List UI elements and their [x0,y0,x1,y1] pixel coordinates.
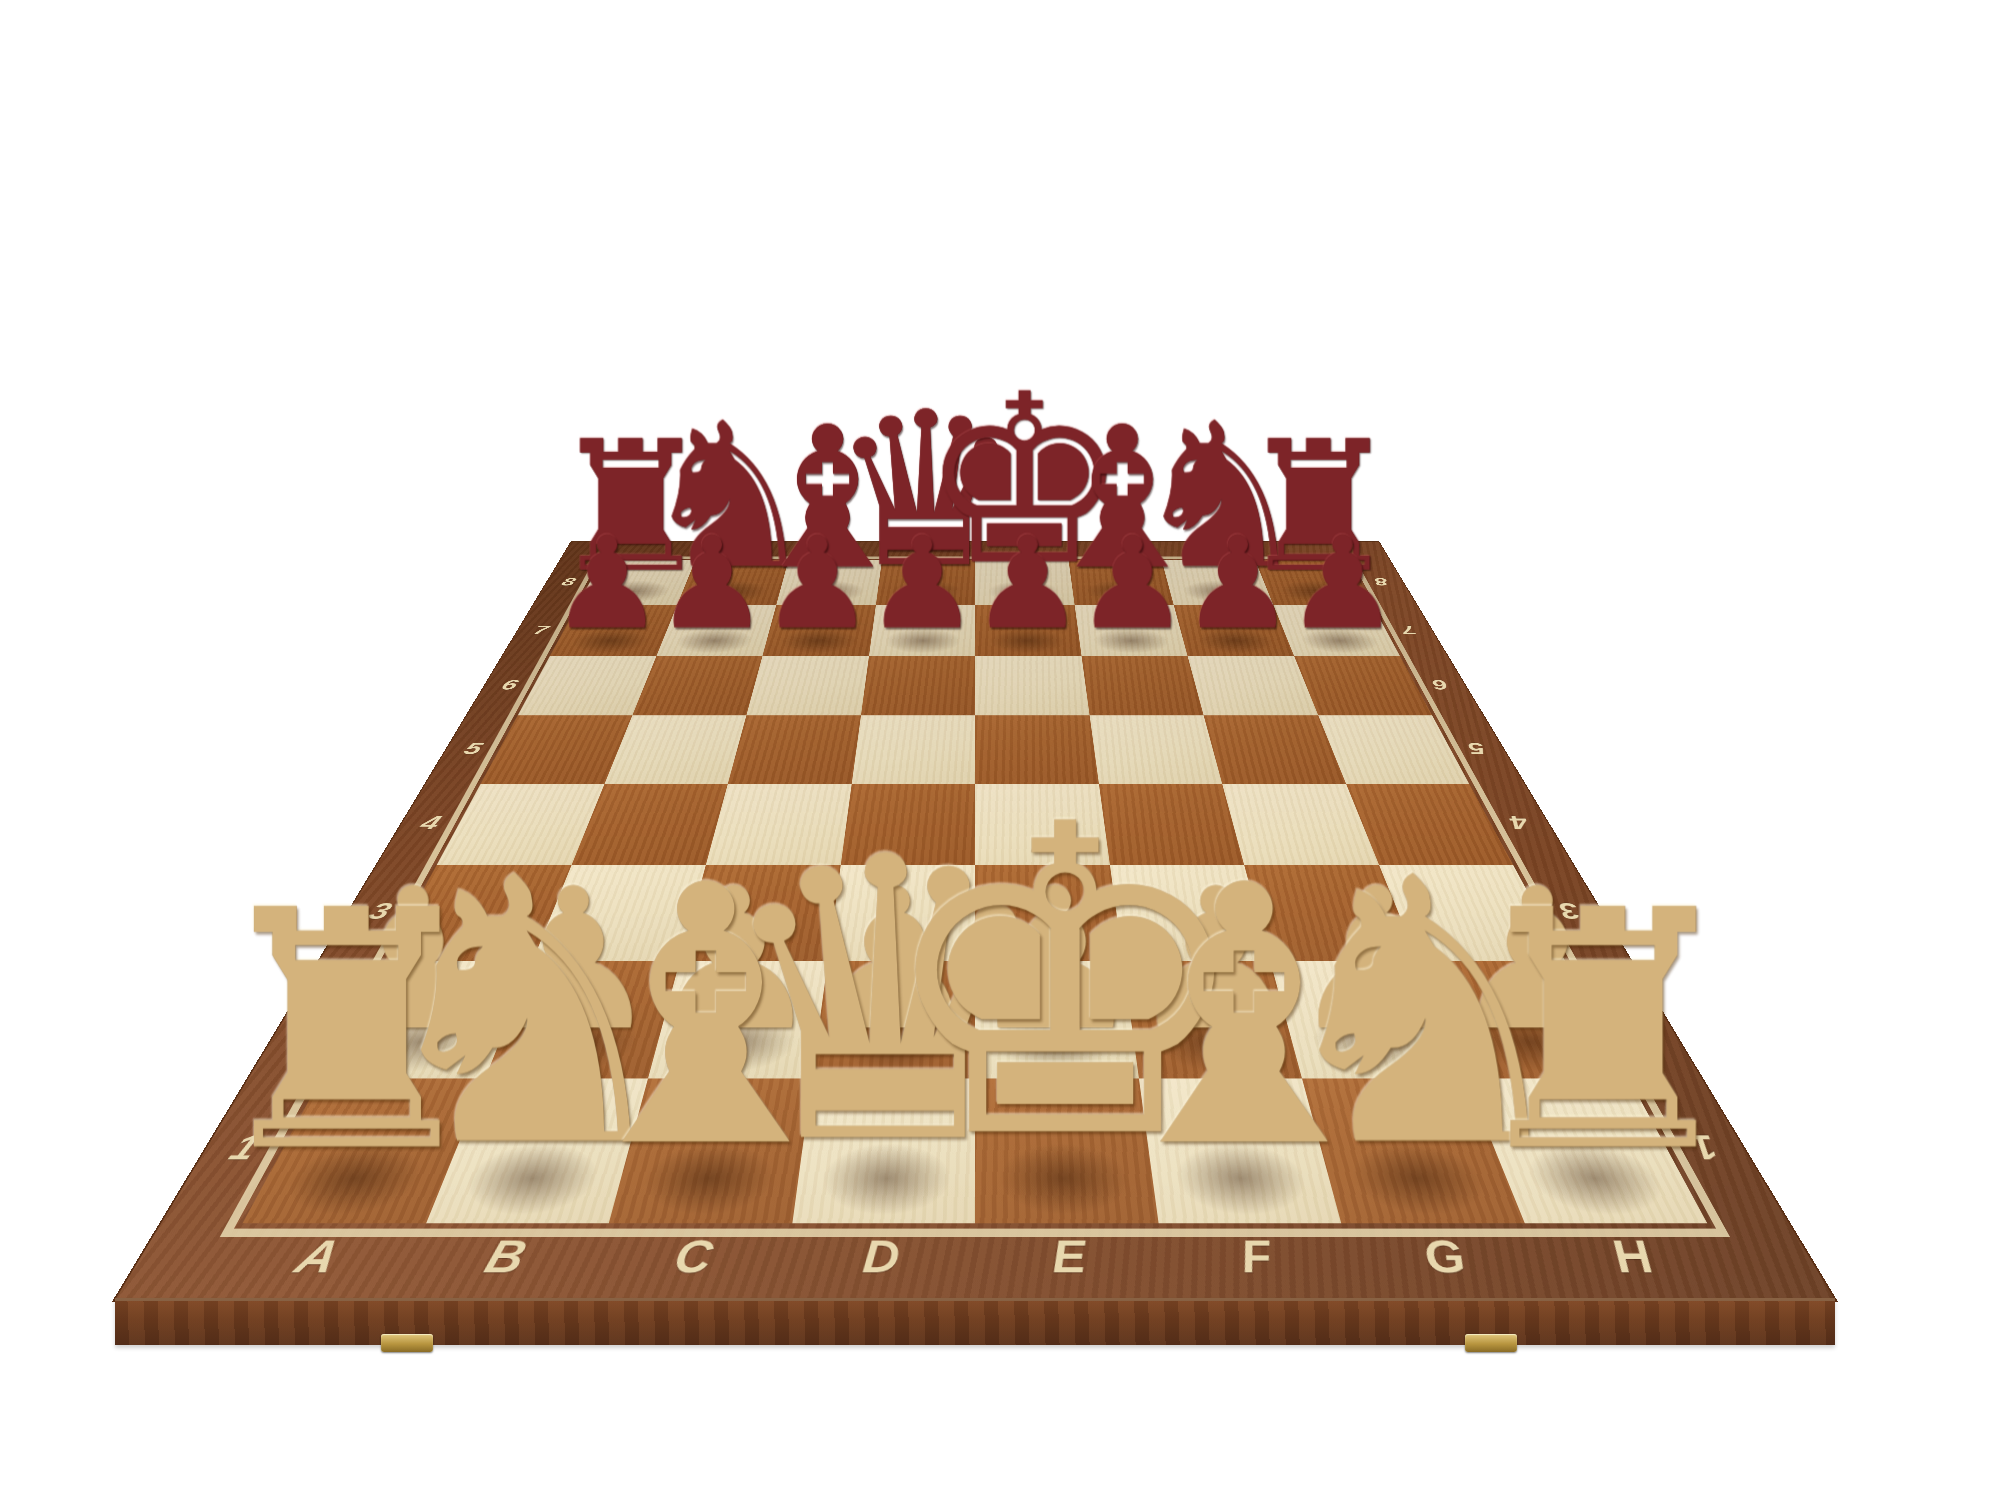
square-b8[interactable] [677,560,789,605]
square-f7[interactable] [1074,605,1187,656]
square-e1[interactable] [975,1078,1158,1223]
square-d1[interactable] [792,1078,975,1223]
front-edge-grain [115,1301,1835,1345]
square-e8[interactable] [975,560,1074,605]
square-f6[interactable] [1081,656,1203,715]
square-e7[interactable] [975,605,1081,656]
square-f8[interactable] [1068,560,1173,605]
square-c7[interactable] [762,605,875,656]
board-front-edge [115,1298,1835,1345]
square-d6[interactable] [861,656,975,715]
square-f4[interactable] [1099,784,1244,865]
square-e6[interactable] [975,656,1089,715]
square-c4[interactable] [706,784,851,865]
square-e5[interactable] [975,715,1099,784]
square-c8[interactable] [776,560,881,605]
square-b7[interactable] [656,605,776,656]
square-d4[interactable] [840,784,975,865]
squares [242,560,1707,1224]
square-d5[interactable] [851,715,975,784]
brass-clasp-left [381,1334,433,1352]
square-c6[interactable] [746,656,868,715]
square-d3[interactable] [827,865,975,961]
square-d2[interactable] [812,961,975,1078]
square-e4[interactable] [975,784,1110,865]
square-d7[interactable] [869,605,975,656]
square-e2[interactable] [975,961,1138,1078]
square-e3[interactable] [975,865,1123,961]
brass-clasp-right [1465,1334,1517,1352]
chess-board: ABCDEFGH 8877665544332211 ♜♞♝♛♚♝♞♜♟♟♟♟♟♟… [115,542,1835,1300]
square-d8[interactable] [876,560,975,605]
square-f3[interactable] [1110,865,1271,961]
square-f5[interactable] [1089,715,1222,784]
square-b6[interactable] [632,656,762,715]
square-c2[interactable] [648,961,827,1078]
square-g8[interactable] [1162,560,1274,605]
square-c5[interactable] [728,715,861,784]
square-c3[interactable] [680,865,841,961]
photo-canvas: ABCDEFGH 8877665544332211 ♜♞♝♛♚♝♞♜♟♟♟♟♟♟… [0,0,2000,1500]
